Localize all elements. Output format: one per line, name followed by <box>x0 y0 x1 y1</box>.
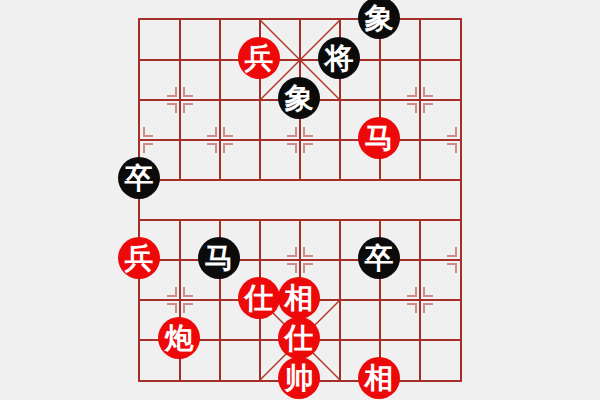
piece-red-horse[interactable]: 马 <box>358 117 400 159</box>
piece-black-horse[interactable]: 马 <box>198 237 240 279</box>
piece-black-soldier[interactable]: 卒 <box>118 157 160 199</box>
piece-red-cannon[interactable]: 炮 <box>158 317 200 359</box>
piece-red-elephant[interactable]: 相 <box>358 357 400 399</box>
piece-red-king[interactable]: 帅 <box>278 357 320 399</box>
piece-red-elephant[interactable]: 相 <box>278 277 320 319</box>
piece-black-soldier[interactable]: 卒 <box>358 237 400 279</box>
piece-red-advisor[interactable]: 仕 <box>278 317 320 359</box>
xiangqi-board: 象兵将象马卒兵马卒仕相炮仕帅相 <box>0 0 600 400</box>
piece-black-elephant[interactable]: 象 <box>278 77 320 119</box>
piece-red-soldier[interactable]: 兵 <box>118 237 160 279</box>
piece-red-advisor[interactable]: 仕 <box>238 277 280 319</box>
piece-black-king[interactable]: 将 <box>318 37 360 79</box>
piece-red-soldier[interactable]: 兵 <box>238 37 280 79</box>
